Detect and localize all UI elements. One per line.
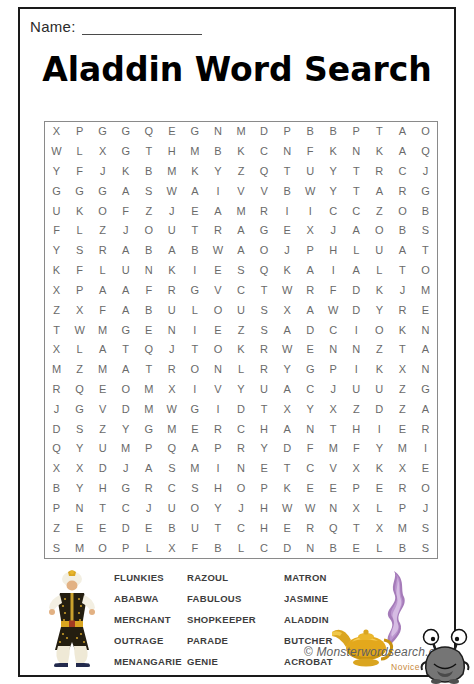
grid-cell[interactable]: M <box>160 419 183 439</box>
grid-cell[interactable]: X <box>276 300 299 320</box>
grid-cell[interactable]: Q <box>322 518 345 538</box>
grid-cell[interactable]: N <box>206 122 229 142</box>
grid-cell[interactable]: E <box>206 261 229 281</box>
grid-cell[interactable]: U <box>229 300 252 320</box>
grid-cell[interactable]: K <box>276 261 299 281</box>
grid-cell[interactable]: X <box>45 281 68 301</box>
grid-cell[interactable]: Z <box>229 320 252 340</box>
grid-cell[interactable]: O <box>206 300 229 320</box>
grid-cell[interactable]: W <box>276 340 299 360</box>
grid-cell[interactable]: D <box>45 419 68 439</box>
grid-cell[interactable]: W <box>322 300 345 320</box>
grid-cell[interactable]: Y <box>45 162 68 182</box>
grid-cell[interactable]: T <box>345 181 368 201</box>
grid-cell[interactable]: A <box>91 340 114 360</box>
grid-cell[interactable]: E <box>414 459 437 479</box>
grid-cell[interactable]: V <box>229 181 252 201</box>
grid-cell[interactable]: C <box>345 201 368 221</box>
grid-cell[interactable]: E <box>137 518 160 538</box>
grid-cell[interactable]: K <box>391 320 414 340</box>
grid-cell[interactable]: P <box>206 439 229 459</box>
grid-cell[interactable]: V <box>206 380 229 400</box>
grid-cell[interactable]: K <box>229 142 252 162</box>
grid-cell[interactable]: F <box>45 221 68 241</box>
grid-cell[interactable]: V <box>322 459 345 479</box>
grid-cell[interactable]: E <box>391 419 414 439</box>
grid-cell[interactable]: A <box>114 181 137 201</box>
grid-cell[interactable]: L <box>68 340 91 360</box>
grid-cell[interactable]: R <box>253 340 276 360</box>
grid-cell[interactable]: N <box>160 320 183 340</box>
grid-cell[interactable]: G <box>91 122 114 142</box>
grid-cell[interactable]: R <box>206 419 229 439</box>
grid-cell[interactable]: O <box>414 122 437 142</box>
grid-cell[interactable]: T <box>183 340 206 360</box>
grid-cell[interactable]: T <box>137 142 160 162</box>
grid-cell[interactable]: G <box>91 181 114 201</box>
grid-cell[interactable]: I <box>322 261 345 281</box>
grid-cell[interactable]: Z <box>229 162 252 182</box>
grid-cell[interactable]: T <box>391 340 414 360</box>
grid-cell[interactable]: I <box>345 320 368 340</box>
grid-cell[interactable]: U <box>299 162 322 182</box>
grid-cell[interactable]: E <box>276 221 299 241</box>
grid-cell[interactable]: P <box>45 499 68 519</box>
grid-cell[interactable]: M <box>229 122 252 142</box>
grid-cell[interactable]: X <box>160 380 183 400</box>
grid-cell[interactable]: D <box>114 518 137 538</box>
grid-cell[interactable]: L <box>183 300 206 320</box>
grid-cell[interactable]: L <box>68 221 91 241</box>
grid-cell[interactable]: K <box>368 360 391 380</box>
grid-cell[interactable]: H <box>206 479 229 499</box>
grid-cell[interactable]: X <box>276 399 299 419</box>
grid-cell[interactable]: O <box>414 261 437 281</box>
grid-cell[interactable]: A <box>114 360 137 380</box>
grid-cell[interactable]: S <box>68 419 91 439</box>
grid-cell[interactable]: O <box>368 320 391 340</box>
grid-cell[interactable]: Z <box>45 300 68 320</box>
grid-cell[interactable]: S <box>414 221 437 241</box>
grid-cell[interactable]: G <box>114 479 137 499</box>
grid-cell[interactable]: G <box>137 419 160 439</box>
grid-cell[interactable]: X <box>68 459 91 479</box>
grid-cell[interactable]: G <box>45 181 68 201</box>
grid-cell[interactable]: O <box>114 380 137 400</box>
grid-cell[interactable]: R <box>391 479 414 499</box>
grid-cell[interactable]: U <box>45 201 68 221</box>
grid-cell[interactable]: R <box>414 419 437 439</box>
grid-cell[interactable]: J <box>160 201 183 221</box>
grid-cell[interactable]: R <box>229 439 252 459</box>
grid-cell[interactable]: E <box>299 479 322 499</box>
grid-cell[interactable]: F <box>91 300 114 320</box>
grid-cell[interactable]: A <box>276 320 299 340</box>
grid-cell[interactable]: K <box>322 142 345 162</box>
grid-cell[interactable]: P <box>68 281 91 301</box>
grid-cell[interactable]: O <box>229 479 252 499</box>
grid-cell[interactable]: G <box>114 122 137 142</box>
grid-cell[interactable]: T <box>253 281 276 301</box>
grid-cell[interactable]: Y <box>299 399 322 419</box>
grid-cell[interactable]: F <box>299 142 322 162</box>
grid-cell[interactable]: L <box>137 538 160 558</box>
grid-cell[interactable]: H <box>345 419 368 439</box>
grid-cell[interactable]: J <box>91 162 114 182</box>
grid-cell[interactable]: P <box>391 499 414 519</box>
grid-cell[interactable]: L <box>345 241 368 261</box>
grid-cell[interactable]: C <box>391 162 414 182</box>
grid-cell[interactable]: P <box>137 439 160 459</box>
grid-cell[interactable]: N <box>299 538 322 558</box>
grid-cell[interactable]: N <box>299 419 322 439</box>
grid-cell[interactable]: R <box>160 281 183 301</box>
grid-cell[interactable]: Y <box>322 162 345 182</box>
name-input-line[interactable] <box>82 20 202 35</box>
grid-cell[interactable]: L <box>229 538 252 558</box>
grid-cell[interactable]: B <box>45 479 68 499</box>
grid-cell[interactable]: S <box>68 241 91 261</box>
grid-cell[interactable]: Y <box>368 439 391 459</box>
grid-cell[interactable]: M <box>45 360 68 380</box>
grid-cell[interactable]: Q <box>68 380 91 400</box>
grid-cell[interactable]: A <box>183 439 206 459</box>
grid-cell[interactable]: N <box>229 459 252 479</box>
grid-cell[interactable]: A <box>137 459 160 479</box>
grid-cell[interactable]: X <box>391 459 414 479</box>
grid-cell[interactable]: F <box>114 201 137 221</box>
grid-cell[interactable]: Z <box>345 399 368 419</box>
grid-cell[interactable]: E <box>160 122 183 142</box>
grid-cell[interactable]: Z <box>137 201 160 221</box>
grid-cell[interactable]: C <box>114 499 137 519</box>
grid-cell[interactable]: W <box>160 399 183 419</box>
grid-cell[interactable]: G <box>253 221 276 241</box>
grid-cell[interactable]: P <box>276 122 299 142</box>
grid-cell[interactable]: A <box>414 340 437 360</box>
grid-cell[interactable]: A <box>206 201 229 221</box>
grid-cell[interactable]: T <box>183 221 206 241</box>
grid-cell[interactable]: V <box>91 399 114 419</box>
grid-cell[interactable]: G <box>299 360 322 380</box>
grid-cell[interactable]: L <box>368 499 391 519</box>
grid-cell[interactable]: I <box>183 380 206 400</box>
grid-cell[interactable]: O <box>414 479 437 499</box>
grid-cell[interactable]: N <box>414 360 437 380</box>
grid-cell[interactable]: R <box>160 360 183 380</box>
grid-cell[interactable]: X <box>322 399 345 419</box>
grid-cell[interactable]: N <box>68 499 91 519</box>
grid-cell[interactable]: N <box>345 142 368 162</box>
grid-cell[interactable]: H <box>253 499 276 519</box>
grid-cell[interactable]: P <box>345 122 368 142</box>
grid-cell[interactable]: T <box>91 499 114 519</box>
grid-cell[interactable]: S <box>253 300 276 320</box>
grid-cell[interactable]: F <box>137 281 160 301</box>
grid-cell[interactable]: K <box>68 201 91 221</box>
grid-cell[interactable]: F <box>68 162 91 182</box>
grid-cell[interactable]: Y <box>45 241 68 261</box>
grid-cell[interactable]: M <box>322 439 345 459</box>
grid-cell[interactable]: S <box>160 459 183 479</box>
grid-cell[interactable]: Z <box>368 201 391 221</box>
grid-cell[interactable]: L <box>229 360 252 380</box>
grid-cell[interactable]: O <box>137 221 160 241</box>
grid-cell[interactable]: M <box>183 459 206 479</box>
grid-cell[interactable]: C <box>229 281 252 301</box>
grid-cell[interactable]: F <box>299 439 322 459</box>
grid-cell[interactable]: M <box>183 142 206 162</box>
grid-cell[interactable]: B <box>137 300 160 320</box>
grid-cell[interactable]: Y <box>206 162 229 182</box>
grid-cell[interactable]: B <box>160 518 183 538</box>
grid-cell[interactable]: T <box>276 162 299 182</box>
grid-cell[interactable]: Z <box>391 380 414 400</box>
grid-cell[interactable]: U <box>160 221 183 241</box>
grid-cell[interactable]: T <box>276 459 299 479</box>
grid-cell[interactable]: Q <box>45 439 68 459</box>
grid-cell[interactable]: I <box>345 360 368 380</box>
grid-cell[interactable]: G <box>68 399 91 419</box>
grid-cell[interactable]: E <box>299 340 322 360</box>
grid-cell[interactable]: T <box>391 261 414 281</box>
grid-cell[interactable]: W <box>45 142 68 162</box>
grid-cell[interactable]: A <box>368 181 391 201</box>
grid-cell[interactable]: N <box>345 340 368 360</box>
grid-cell[interactable]: R <box>391 300 414 320</box>
grid-cell[interactable]: T <box>414 241 437 261</box>
grid-cell[interactable]: C <box>229 518 252 538</box>
grid-cell[interactable]: K <box>368 281 391 301</box>
grid-cell[interactable]: X <box>91 142 114 162</box>
grid-cell[interactable]: R <box>137 479 160 499</box>
grid-cell[interactable]: Q <box>414 142 437 162</box>
grid-cell[interactable]: T <box>345 162 368 182</box>
grid-cell[interactable]: K <box>276 479 299 499</box>
grid-cell[interactable]: G <box>414 380 437 400</box>
grid-cell[interactable]: U <box>345 380 368 400</box>
grid-cell[interactable]: N <box>206 360 229 380</box>
grid-cell[interactable]: G <box>114 142 137 162</box>
grid-cell[interactable]: W <box>276 499 299 519</box>
grid-cell[interactable]: C <box>299 459 322 479</box>
grid-cell[interactable]: O <box>253 241 276 261</box>
grid-cell[interactable]: W <box>206 241 229 261</box>
grid-cell[interactable]: A <box>391 241 414 261</box>
grid-cell[interactable]: A <box>229 241 252 261</box>
grid-cell[interactable]: O <box>206 340 229 360</box>
grid-cell[interactable]: Z <box>68 360 91 380</box>
grid-cell[interactable]: Z <box>45 518 68 538</box>
grid-cell[interactable]: B <box>206 142 229 162</box>
grid-cell[interactable]: Y <box>253 439 276 459</box>
grid-cell[interactable]: G <box>414 181 437 201</box>
grid-cell[interactable]: E <box>345 538 368 558</box>
grid-cell[interactable]: Q <box>137 122 160 142</box>
grid-cell[interactable]: I <box>299 201 322 221</box>
grid-cell[interactable]: Y <box>114 419 137 439</box>
grid-cell[interactable]: Z <box>91 419 114 439</box>
grid-cell[interactable]: D <box>276 439 299 459</box>
grid-cell[interactable]: M <box>137 380 160 400</box>
grid-cell[interactable]: R <box>206 221 229 241</box>
grid-cell[interactable]: E <box>91 518 114 538</box>
grid-cell[interactable]: C <box>160 479 183 499</box>
grid-cell[interactable]: R <box>253 201 276 221</box>
grid-cell[interactable]: Y <box>206 499 229 519</box>
grid-cell[interactable]: G <box>183 281 206 301</box>
grid-cell[interactable]: O <box>91 538 114 558</box>
grid-cell[interactable]: K <box>368 142 391 162</box>
grid-cell[interactable]: Y <box>368 300 391 320</box>
grid-cell[interactable]: W <box>160 181 183 201</box>
grid-cell[interactable]: X <box>391 360 414 380</box>
grid-cell[interactable]: J <box>322 380 345 400</box>
grid-cell[interactable]: T <box>345 518 368 538</box>
grid-cell[interactable]: E <box>414 300 437 320</box>
grid-cell[interactable]: I <box>414 439 437 459</box>
grid-cell[interactable]: S <box>183 479 206 499</box>
grid-cell[interactable]: T <box>253 399 276 419</box>
grid-cell[interactable]: N <box>322 499 345 519</box>
grid-cell[interactable]: J <box>137 499 160 519</box>
grid-cell[interactable]: X <box>160 538 183 558</box>
grid-cell[interactable]: Q <box>253 162 276 182</box>
grid-cell[interactable]: B <box>322 122 345 142</box>
grid-cell[interactable]: F <box>183 538 206 558</box>
grid-cell[interactable]: A <box>114 241 137 261</box>
grid-cell[interactable]: A <box>183 181 206 201</box>
grid-cell[interactable]: T <box>137 360 160 380</box>
grid-cell[interactable]: A <box>345 221 368 241</box>
grid-cell[interactable]: J <box>276 241 299 261</box>
grid-cell[interactable]: U <box>160 499 183 519</box>
grid-cell[interactable]: A <box>229 221 252 241</box>
grid-cell[interactable]: D <box>91 459 114 479</box>
grid-cell[interactable]: B <box>391 221 414 241</box>
grid-cell[interactable]: M <box>391 518 414 538</box>
grid-cell[interactable]: E <box>68 518 91 538</box>
grid-cell[interactable]: F <box>345 439 368 459</box>
grid-cell[interactable]: M <box>414 281 437 301</box>
grid-cell[interactable]: B <box>137 241 160 261</box>
grid-cell[interactable]: O <box>183 499 206 519</box>
grid-cell[interactable]: R <box>45 380 68 400</box>
grid-cell[interactable]: S <box>414 518 437 538</box>
grid-cell[interactable]: E <box>276 518 299 538</box>
grid-cell[interactable]: K <box>368 459 391 479</box>
grid-cell[interactable]: J <box>45 399 68 419</box>
grid-cell[interactable]: I <box>183 261 206 281</box>
grid-cell[interactable]: M <box>91 320 114 340</box>
grid-cell[interactable]: E <box>253 459 276 479</box>
grid-cell[interactable]: S <box>253 320 276 340</box>
grid-cell[interactable]: I <box>183 320 206 340</box>
grid-cell[interactable]: V <box>253 181 276 201</box>
grid-cell[interactable]: Y <box>68 479 91 499</box>
grid-cell[interactable]: O <box>368 221 391 241</box>
grid-cell[interactable]: C <box>253 142 276 162</box>
grid-cell[interactable]: U <box>253 380 276 400</box>
grid-cell[interactable]: P <box>114 538 137 558</box>
grid-cell[interactable]: D <box>299 320 322 340</box>
grid-cell[interactable]: B <box>322 538 345 558</box>
grid-cell[interactable]: M <box>391 439 414 459</box>
grid-cell[interactable]: N <box>276 142 299 162</box>
grid-cell[interactable]: I <box>206 181 229 201</box>
grid-cell[interactable]: O <box>391 201 414 221</box>
grid-cell[interactable]: H <box>91 479 114 499</box>
grid-cell[interactable]: R <box>391 181 414 201</box>
grid-cell[interactable]: B <box>414 201 437 221</box>
grid-cell[interactable]: A <box>91 281 114 301</box>
grid-cell[interactable]: W <box>299 181 322 201</box>
grid-cell[interactable]: Y <box>68 439 91 459</box>
grid-cell[interactable]: E <box>206 320 229 340</box>
grid-cell[interactable]: L <box>91 261 114 281</box>
grid-cell[interactable]: G <box>68 181 91 201</box>
grid-cell[interactable]: B <box>276 181 299 201</box>
grid-cell[interactable]: F <box>68 261 91 281</box>
grid-cell[interactable]: M <box>91 360 114 380</box>
grid-cell[interactable]: I <box>368 419 391 439</box>
grid-cell[interactable]: Q <box>253 261 276 281</box>
grid-cell[interactable]: W <box>299 499 322 519</box>
grid-cell[interactable]: X <box>45 122 68 142</box>
grid-cell[interactable]: M <box>137 399 160 419</box>
grid-cell[interactable]: R <box>299 281 322 301</box>
grid-cell[interactable]: J <box>114 459 137 479</box>
grid-cell[interactable]: E <box>91 380 114 400</box>
grid-cell[interactable]: K <box>183 162 206 182</box>
grid-cell[interactable]: C <box>253 538 276 558</box>
grid-cell[interactable]: X <box>299 221 322 241</box>
grid-cell[interactable]: K <box>229 340 252 360</box>
grid-cell[interactable]: C <box>229 419 252 439</box>
grid-cell[interactable]: E <box>322 479 345 499</box>
grid-cell[interactable]: M <box>114 439 137 459</box>
grid-cell[interactable]: K <box>114 162 137 182</box>
grid-cell[interactable]: S <box>414 538 437 558</box>
grid-cell[interactable]: R <box>91 241 114 261</box>
grid-cell[interactable]: M <box>229 201 252 221</box>
grid-cell[interactable]: T <box>368 122 391 142</box>
grid-cell[interactable]: T <box>322 419 345 439</box>
grid-cell[interactable]: D <box>253 122 276 142</box>
grid-cell[interactable]: Q <box>160 439 183 459</box>
grid-cell[interactable]: P <box>322 360 345 380</box>
grid-cell[interactable]: L <box>368 261 391 281</box>
grid-cell[interactable]: B <box>137 162 160 182</box>
grid-cell[interactable]: T <box>45 320 68 340</box>
grid-cell[interactable]: A <box>391 122 414 142</box>
grid-cell[interactable]: G <box>114 320 137 340</box>
grid-cell[interactable]: D <box>276 538 299 558</box>
grid-cell[interactable]: W <box>276 281 299 301</box>
grid-cell[interactable]: J <box>322 221 345 241</box>
grid-cell[interactable]: H <box>253 419 276 439</box>
grid-cell[interactable]: K <box>160 261 183 281</box>
grid-cell[interactable]: T <box>206 518 229 538</box>
grid-cell[interactable]: X <box>45 459 68 479</box>
grid-cell[interactable]: A <box>114 300 137 320</box>
grid-cell[interactable]: Y <box>276 360 299 380</box>
grid-cell[interactable]: H <box>160 142 183 162</box>
grid-cell[interactable]: J <box>391 281 414 301</box>
grid-cell[interactable]: B <box>206 538 229 558</box>
grid-cell[interactable]: S <box>45 538 68 558</box>
grid-cell[interactable]: W <box>68 320 91 340</box>
